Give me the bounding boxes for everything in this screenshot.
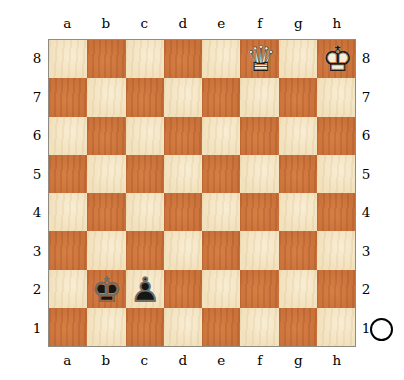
- square-f4[interactable]: [240, 193, 278, 231]
- file-label-top-b: b: [87, 14, 126, 32]
- king-glyph-outline: ♔: [319, 40, 358, 79]
- file-labels-top: abcdefgh: [48, 14, 356, 32]
- file-label-bottom-c: c: [125, 351, 164, 369]
- square-b4[interactable]: [87, 193, 125, 231]
- square-e5[interactable]: [202, 155, 240, 193]
- file-label-bottom-g: g: [279, 351, 318, 369]
- square-a5[interactable]: [49, 155, 87, 193]
- file-label-top-e: e: [202, 14, 241, 32]
- square-h7[interactable]: [317, 78, 355, 116]
- white-king-h8[interactable]: ♚♔: [319, 40, 358, 79]
- square-c1[interactable]: [126, 308, 164, 346]
- rank-label-left-5: 5: [29, 155, 45, 194]
- queen-glyph-outline: ♕: [242, 40, 281, 79]
- white-queen-f8[interactable]: ♛♕: [242, 40, 281, 79]
- square-c3[interactable]: [126, 231, 164, 269]
- rank-label-left-2: 2: [29, 270, 45, 309]
- square-g2[interactable]: [279, 270, 317, 308]
- rank-label-left-8: 8: [29, 39, 45, 78]
- black-pawn-c2[interactable]: ♟♙: [126, 271, 165, 310]
- square-d2[interactable]: [164, 270, 202, 308]
- square-h1[interactable]: [317, 308, 355, 346]
- square-a6[interactable]: [49, 117, 87, 155]
- file-label-top-g: g: [279, 14, 318, 32]
- square-f5[interactable]: [240, 155, 278, 193]
- rank-label-left-6: 6: [29, 116, 45, 155]
- rank-label-left-4: 4: [29, 193, 45, 232]
- file-label-top-a: a: [48, 14, 87, 32]
- file-label-bottom-h: h: [318, 351, 357, 369]
- square-h3[interactable]: [317, 231, 355, 269]
- square-f7[interactable]: [240, 78, 278, 116]
- square-b7[interactable]: [87, 78, 125, 116]
- square-g8[interactable]: [279, 40, 317, 78]
- square-f1[interactable]: [240, 308, 278, 346]
- file-label-bottom-d: d: [164, 351, 203, 369]
- square-h5[interactable]: [317, 155, 355, 193]
- rank-label-left-7: 7: [29, 78, 45, 117]
- square-g4[interactable]: [279, 193, 317, 231]
- square-g3[interactable]: [279, 231, 317, 269]
- square-f2[interactable]: [240, 270, 278, 308]
- rank-label-right-3: 3: [358, 232, 374, 271]
- square-b3[interactable]: [87, 231, 125, 269]
- square-a4[interactable]: [49, 193, 87, 231]
- square-b5[interactable]: [87, 155, 125, 193]
- rank-label-right-2: 2: [358, 270, 374, 309]
- square-d8[interactable]: [164, 40, 202, 78]
- square-c5[interactable]: [126, 155, 164, 193]
- square-d1[interactable]: [164, 308, 202, 346]
- pawn-glyph-outline: ♙: [126, 271, 165, 310]
- rank-label-right-5: 5: [358, 155, 374, 194]
- file-label-top-d: d: [164, 14, 203, 32]
- square-e2[interactable]: [202, 270, 240, 308]
- file-label-top-h: h: [318, 14, 357, 32]
- rank-label-left-3: 3: [29, 232, 45, 271]
- king-glyph-outline: ♔: [88, 271, 127, 310]
- square-g5[interactable]: [279, 155, 317, 193]
- square-e8[interactable]: [202, 40, 240, 78]
- square-d4[interactable]: [164, 193, 202, 231]
- rank-label-right-7: 7: [358, 78, 374, 117]
- black-king-b2[interactable]: ♚♔: [88, 271, 127, 310]
- white-to-move-indicator: [370, 318, 393, 341]
- file-label-bottom-e: e: [202, 351, 241, 369]
- square-a3[interactable]: [49, 231, 87, 269]
- file-label-top-f: f: [241, 14, 280, 32]
- square-b6[interactable]: [87, 117, 125, 155]
- square-e6[interactable]: [202, 117, 240, 155]
- square-a8[interactable]: [49, 40, 87, 78]
- square-c4[interactable]: [126, 193, 164, 231]
- square-h6[interactable]: [317, 117, 355, 155]
- rank-label-right-4: 4: [358, 193, 374, 232]
- file-label-bottom-f: f: [241, 351, 280, 369]
- square-f6[interactable]: [240, 117, 278, 155]
- square-g1[interactable]: [279, 308, 317, 346]
- square-c7[interactable]: [126, 78, 164, 116]
- rank-label-right-6: 6: [358, 116, 374, 155]
- rank-labels-right: 87654321: [358, 39, 374, 347]
- file-label-top-c: c: [125, 14, 164, 32]
- chess-board[interactable]: ♛♕♚♔♚♔♟♙: [48, 39, 356, 347]
- square-d3[interactable]: [164, 231, 202, 269]
- file-label-bottom-a: a: [48, 351, 87, 369]
- rank-label-right-8: 8: [358, 39, 374, 78]
- square-e1[interactable]: [202, 308, 240, 346]
- square-a2[interactable]: [49, 270, 87, 308]
- file-labels-bottom: abcdefgh: [48, 351, 356, 369]
- square-e3[interactable]: [202, 231, 240, 269]
- square-h2[interactable]: [317, 270, 355, 308]
- square-e4[interactable]: [202, 193, 240, 231]
- square-c6[interactable]: [126, 117, 164, 155]
- square-d7[interactable]: [164, 78, 202, 116]
- square-d6[interactable]: [164, 117, 202, 155]
- square-g7[interactable]: [279, 78, 317, 116]
- square-d5[interactable]: [164, 155, 202, 193]
- chess-diagram: abcdefgh 87654321 ♛♕♚♔♚♔♟♙ 87654321 abcd…: [0, 0, 404, 380]
- rank-labels-left: 87654321: [29, 39, 45, 347]
- square-h4[interactable]: [317, 193, 355, 231]
- file-label-bottom-b: b: [87, 351, 126, 369]
- square-a7[interactable]: [49, 78, 87, 116]
- square-e7[interactable]: [202, 78, 240, 116]
- square-g6[interactable]: [279, 117, 317, 155]
- square-a1[interactable]: [49, 308, 87, 346]
- square-f3[interactable]: [240, 231, 278, 269]
- square-b8[interactable]: [87, 40, 125, 78]
- square-b1[interactable]: [87, 308, 125, 346]
- rank-label-left-1: 1: [29, 309, 45, 348]
- square-c8[interactable]: [126, 40, 164, 78]
